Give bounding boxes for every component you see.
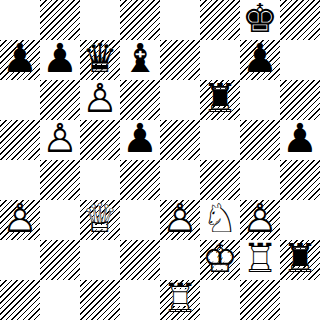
square-e5[interactable] xyxy=(160,120,200,160)
black-rook-piece: ♜ xyxy=(280,238,320,278)
square-b1[interactable] xyxy=(40,280,80,320)
square-h6[interactable] xyxy=(280,80,320,120)
square-h8[interactable] xyxy=(280,0,320,40)
square-a6[interactable] xyxy=(0,80,40,120)
piece-fill-underlay: ♟ xyxy=(120,118,160,158)
square-g3[interactable]: ♟♙ xyxy=(240,200,280,240)
white-pawn-piece: ♙ xyxy=(80,78,120,118)
square-e2[interactable] xyxy=(160,240,200,280)
square-d5[interactable]: ♟♟ xyxy=(120,120,160,160)
square-a1[interactable] xyxy=(0,280,40,320)
square-d3[interactable] xyxy=(120,200,160,240)
piece-fill-underlay: ♟ xyxy=(40,38,80,78)
square-c1[interactable] xyxy=(80,280,120,320)
square-h3[interactable] xyxy=(280,200,320,240)
piece-fill-underlay: ♝ xyxy=(120,38,160,78)
square-h1[interactable] xyxy=(280,280,320,320)
piece-fill-underlay: ♜ xyxy=(240,238,280,278)
piece-fill-underlay: ♟ xyxy=(0,198,40,238)
square-g8[interactable]: ♚♚ xyxy=(240,0,280,40)
piece-fill-underlay: ♟ xyxy=(80,78,120,118)
square-g5[interactable] xyxy=(240,120,280,160)
square-e6[interactable] xyxy=(160,80,200,120)
piece-fill-underlay: ♟ xyxy=(240,198,280,238)
piece-fill-underlay: ♟ xyxy=(0,38,40,78)
square-f2[interactable]: ♚♔ xyxy=(200,240,240,280)
square-g4[interactable] xyxy=(240,160,280,200)
square-d4[interactable] xyxy=(120,160,160,200)
square-d2[interactable] xyxy=(120,240,160,280)
square-a2[interactable] xyxy=(0,240,40,280)
square-h5[interactable]: ♟♟ xyxy=(280,120,320,160)
white-pawn-piece: ♙ xyxy=(160,198,200,238)
square-a7[interactable]: ♟♟ xyxy=(0,40,40,80)
square-d1[interactable] xyxy=(120,280,160,320)
square-f3[interactable]: ♞♘ xyxy=(200,200,240,240)
square-e7[interactable] xyxy=(160,40,200,80)
piece-fill-underlay: ♞ xyxy=(200,198,240,238)
piece-fill-underlay: ♟ xyxy=(160,198,200,238)
square-c5[interactable] xyxy=(80,120,120,160)
square-g1[interactable] xyxy=(240,280,280,320)
black-pawn-piece: ♟ xyxy=(40,38,80,78)
piece-fill-underlay: ♜ xyxy=(200,78,240,118)
square-f8[interactable] xyxy=(200,0,240,40)
square-b7[interactable]: ♟♟ xyxy=(40,40,80,80)
square-a5[interactable] xyxy=(0,120,40,160)
square-c6[interactable]: ♟♙ xyxy=(80,80,120,120)
square-b2[interactable] xyxy=(40,240,80,280)
square-d7[interactable]: ♝♝ xyxy=(120,40,160,80)
white-king-piece: ♔ xyxy=(200,238,240,278)
square-f6[interactable]: ♜♜ xyxy=(200,80,240,120)
square-e1[interactable]: ♜♖ xyxy=(160,280,200,320)
white-rook-piece: ♖ xyxy=(240,238,280,278)
square-g7[interactable]: ♟♟ xyxy=(240,40,280,80)
white-pawn-piece: ♙ xyxy=(0,198,40,238)
square-a4[interactable] xyxy=(0,160,40,200)
square-e8[interactable] xyxy=(160,0,200,40)
black-pawn-piece: ♟ xyxy=(0,38,40,78)
square-f1[interactable] xyxy=(200,280,240,320)
square-d8[interactable] xyxy=(120,0,160,40)
piece-fill-underlay: ♜ xyxy=(160,278,200,318)
square-c2[interactable] xyxy=(80,240,120,280)
square-a3[interactable]: ♟♙ xyxy=(0,200,40,240)
piece-fill-underlay: ♟ xyxy=(280,118,320,158)
square-c3[interactable]: ♛♕ xyxy=(80,200,120,240)
piece-fill-underlay: ♟ xyxy=(40,118,80,158)
piece-fill-underlay: ♛ xyxy=(80,198,120,238)
piece-fill-underlay: ♟ xyxy=(240,38,280,78)
black-king-piece: ♚ xyxy=(240,0,280,38)
square-f5[interactable] xyxy=(200,120,240,160)
square-c8[interactable] xyxy=(80,0,120,40)
black-queen-piece: ♛ xyxy=(80,38,120,78)
piece-fill-underlay: ♜ xyxy=(280,238,320,278)
black-pawn-piece: ♟ xyxy=(120,118,160,158)
square-b8[interactable] xyxy=(40,0,80,40)
square-b4[interactable] xyxy=(40,160,80,200)
black-bishop-piece: ♝ xyxy=(120,38,160,78)
piece-fill-underlay: ♚ xyxy=(200,238,240,278)
piece-fill-underlay: ♚ xyxy=(240,0,280,38)
white-rook-piece: ♖ xyxy=(160,278,200,318)
black-pawn-piece: ♟ xyxy=(240,38,280,78)
square-h7[interactable] xyxy=(280,40,320,80)
square-e4[interactable] xyxy=(160,160,200,200)
square-g6[interactable] xyxy=(240,80,280,120)
square-h2[interactable]: ♜♜ xyxy=(280,240,320,280)
square-b5[interactable]: ♟♙ xyxy=(40,120,80,160)
square-f4[interactable] xyxy=(200,160,240,200)
white-queen-piece: ♕ xyxy=(80,198,120,238)
square-b3[interactable] xyxy=(40,200,80,240)
black-rook-piece: ♜ xyxy=(200,78,240,118)
square-d6[interactable] xyxy=(120,80,160,120)
chess-board: ♚♚♟♟♟♟♛♛♝♝♟♟♟♙♜♜♟♙♟♟♟♟♟♙♛♕♟♙♞♘♟♙♚♔♜♖♜♜♜♖ xyxy=(0,0,320,320)
square-e3[interactable]: ♟♙ xyxy=(160,200,200,240)
black-pawn-piece: ♟ xyxy=(280,118,320,158)
square-b6[interactable] xyxy=(40,80,80,120)
square-a8[interactable] xyxy=(0,0,40,40)
square-c4[interactable] xyxy=(80,160,120,200)
white-pawn-piece: ♙ xyxy=(240,198,280,238)
square-g2[interactable]: ♜♖ xyxy=(240,240,280,280)
square-h4[interactable] xyxy=(280,160,320,200)
piece-fill-underlay: ♛ xyxy=(80,38,120,78)
white-knight-piece: ♘ xyxy=(200,198,240,238)
square-f7[interactable] xyxy=(200,40,240,80)
white-pawn-piece: ♙ xyxy=(40,118,80,158)
square-c7[interactable]: ♛♛ xyxy=(80,40,120,80)
